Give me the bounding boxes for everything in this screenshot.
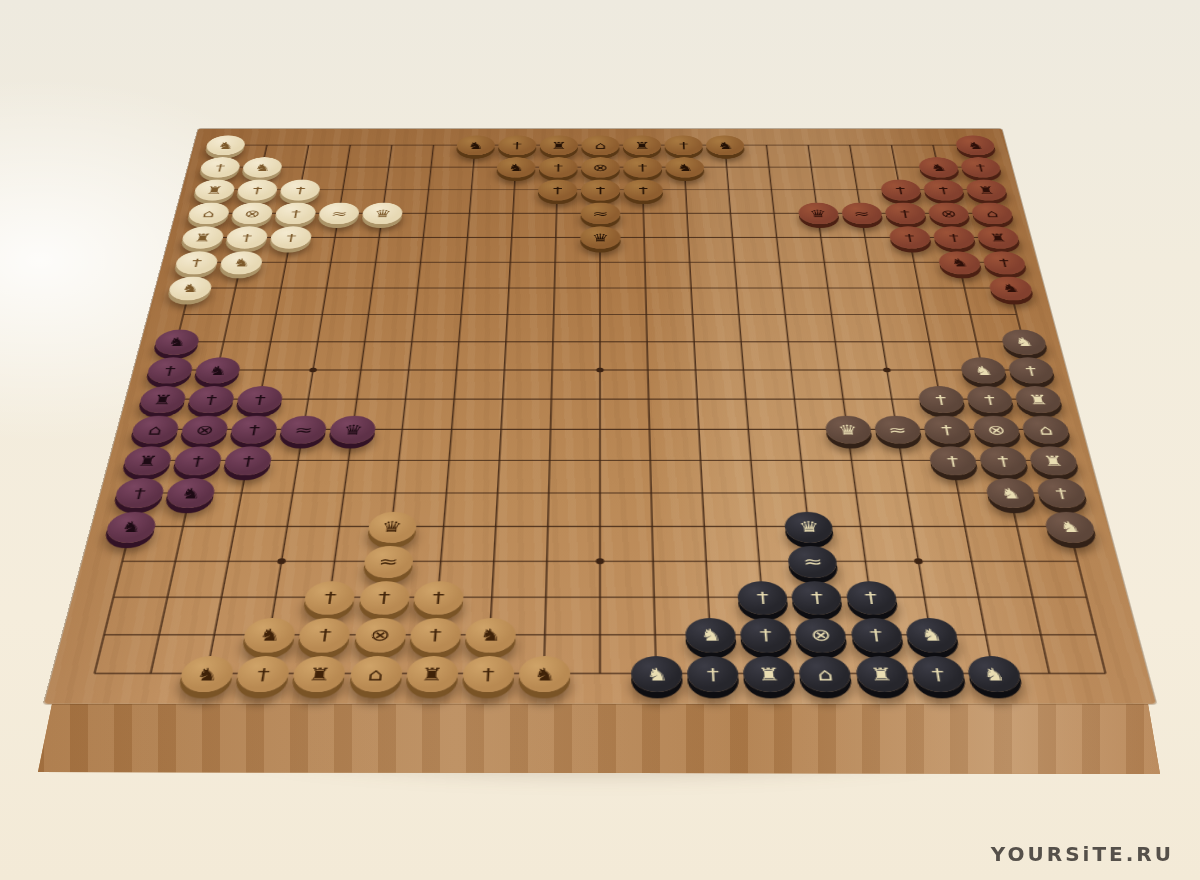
piece-tan-chariot[interactable]: ⊗	[353, 618, 407, 653]
piece-brown-sword[interactable]: †	[1006, 357, 1056, 383]
piece-bronze-sword[interactable]: †	[539, 157, 578, 177]
piece-black-sword[interactable]: †	[844, 581, 898, 614]
piece-purple-tent[interactable]: ⌂	[129, 416, 181, 444]
piece-white-knight[interactable]: ♞	[204, 135, 247, 155]
piece-maroon-sword[interactable]: †	[959, 157, 1002, 177]
piece-tan-knight[interactable]: ♞	[178, 656, 236, 692]
piece-purple-sword[interactable]: †	[222, 447, 273, 476]
piece-bronze-chariot[interactable]: ⊗	[581, 157, 620, 177]
piece-maroon-sword[interactable]: †	[883, 203, 927, 225]
piece-black-sword[interactable]: †	[849, 618, 904, 653]
piece-bronze-gate[interactable]: ♜	[539, 135, 577, 155]
piece-brown-knight[interactable]: ♞	[984, 478, 1037, 508]
piece-brown-ship[interactable]: ≈	[873, 416, 923, 444]
piece-bronze-sword[interactable]: †	[623, 157, 662, 177]
piece-brown-chariot[interactable]: ⊗	[971, 416, 1022, 444]
piece-white-gate[interactable]: ♜	[192, 180, 236, 201]
piece-black-chariot[interactable]: ⊗	[794, 618, 848, 653]
piece-maroon-sword[interactable]: †	[888, 227, 932, 249]
piece-tan-gate[interactable]: ♜	[291, 656, 347, 692]
piece-purple-chariot[interactable]: ⊗	[179, 416, 230, 444]
piece-white-sword[interactable]: †	[224, 227, 269, 249]
piece-bronze-gate[interactable]: ♜	[623, 135, 661, 155]
piece-white-knight[interactable]: ♞	[219, 251, 265, 274]
piece-maroon-knight[interactable]: ♞	[987, 276, 1034, 300]
piece-bronze-sword[interactable]: †	[498, 135, 537, 155]
piece-purple-sword[interactable]: †	[229, 416, 279, 444]
piece-maroon-sword[interactable]: †	[922, 180, 966, 201]
piece-white-sword[interactable]: †	[269, 227, 313, 249]
piece-tan-tent[interactable]: ⌂	[348, 656, 403, 692]
piece-black-sword[interactable]: †	[740, 618, 793, 653]
piece-tan-knight[interactable]: ♞	[242, 618, 298, 653]
piece-black-sword[interactable]: †	[791, 581, 844, 614]
piece-brown-fan[interactable]: ♛	[824, 416, 873, 444]
piece-black-tent[interactable]: ⌂	[798, 656, 853, 692]
piece-black-knight[interactable]: ♞	[904, 618, 960, 653]
piece-purple-sword[interactable]: †	[172, 447, 224, 476]
piece-black-gate[interactable]: ♜	[854, 656, 910, 692]
piece-maroon-sword[interactable]: †	[932, 227, 977, 249]
piece-black-sword[interactable]: †	[909, 656, 966, 692]
piece-white-sword[interactable]: †	[236, 180, 280, 201]
piece-tan-knight[interactable]: ♞	[518, 656, 570, 692]
piece-purple-gate[interactable]: ♜	[121, 447, 174, 476]
piece-brown-sword[interactable]: †	[922, 416, 972, 444]
photo-stage: ♞♞†♜⌂♜†♞♞†♞♞†⊗†♞♞†♜†††††††♜⌂⊗†≈♛≈♛≈†⊗⌂♜†…	[0, 0, 1200, 880]
piece-maroon-sword[interactable]: †	[879, 180, 922, 201]
piece-purple-fan[interactable]: ♛	[329, 416, 378, 444]
piece-tan-sword[interactable]: †	[409, 618, 462, 653]
piece-tan-sword[interactable]: †	[303, 581, 357, 614]
piece-white-sword[interactable]: †	[279, 180, 322, 201]
piece-tan-sword[interactable]: †	[412, 581, 464, 614]
piece-tan-ship[interactable]: ≈	[362, 546, 414, 578]
piece-brown-tent[interactable]: ⌂	[1020, 416, 1072, 444]
piece-black-ship[interactable]: ≈	[787, 546, 839, 578]
piece-bronze-ship[interactable]: ≈	[581, 203, 621, 225]
piece-purple-sword[interactable]: †	[145, 357, 195, 383]
piece-maroon-knight[interactable]: ♞	[937, 251, 983, 274]
piece-tan-sword[interactable]: †	[462, 656, 515, 692]
piece-white-knight[interactable]: ♞	[167, 276, 214, 300]
piece-white-sword[interactable]: †	[198, 157, 241, 177]
piece-white-chariot[interactable]: ⊗	[230, 203, 274, 225]
piece-maroon-gate[interactable]: ♜	[975, 227, 1021, 249]
piece-maroon-fan[interactable]: ♛	[797, 203, 840, 225]
piece-bronze-knight[interactable]: ♞	[496, 157, 536, 177]
piece-maroon-chariot[interactable]: ⊗	[927, 203, 971, 225]
pieces-layer: ♞♞†♜⌂♜†♞♞†♞♞†⊗†♞♞†♜†††††††♜⌂⊗†≈♛≈♛≈†⊗⌂♜†…	[44, 129, 1156, 704]
piece-maroon-sword[interactable]: †	[981, 251, 1027, 274]
piece-white-gate[interactable]: ♜	[180, 227, 226, 249]
piece-black-knight[interactable]: ♞	[631, 656, 683, 692]
game-board[interactable]: ♞♞†♜⌂♜†♞♞†♞♞†⊗†♞♞†♜†††††††♜⌂⊗†≈♛≈♛≈†⊗⌂♜†…	[44, 129, 1156, 704]
piece-brown-knight[interactable]: ♞	[959, 357, 1008, 383]
piece-bronze-fan[interactable]: ♛	[580, 227, 620, 249]
piece-bronze-knight[interactable]: ♞	[665, 157, 705, 177]
piece-white-fan[interactable]: ♛	[361, 203, 404, 225]
piece-black-knight[interactable]: ♞	[685, 618, 737, 653]
piece-black-knight[interactable]: ♞	[965, 656, 1023, 692]
piece-tan-knight[interactable]: ♞	[464, 618, 516, 653]
piece-tan-gate[interactable]: ♜	[405, 656, 459, 692]
piece-tan-sword[interactable]: †	[297, 618, 352, 653]
piece-brown-sword[interactable]: †	[977, 447, 1029, 476]
piece-bronze-sword[interactable]: †	[664, 135, 703, 155]
piece-purple-ship[interactable]: ≈	[279, 416, 329, 444]
piece-purple-sword[interactable]: †	[186, 386, 236, 413]
piece-maroon-knight[interactable]: ♞	[917, 157, 960, 177]
piece-tan-sword[interactable]: †	[358, 581, 411, 614]
watermark: YOURSiTE.RU	[991, 842, 1174, 866]
piece-white-sword[interactable]: †	[274, 203, 318, 225]
piece-black-fan[interactable]: ♛	[784, 511, 835, 542]
piece-bronze-tent[interactable]: ⌂	[581, 135, 619, 155]
piece-white-knight[interactable]: ♞	[241, 157, 284, 177]
piece-brown-gate[interactable]: ♜	[1013, 386, 1064, 413]
piece-purple-knight[interactable]: ♞	[104, 511, 159, 542]
piece-bronze-knight[interactable]: ♞	[706, 135, 745, 155]
piece-black-sword[interactable]: †	[737, 581, 789, 614]
piece-brown-sword[interactable]: †	[916, 386, 965, 413]
piece-maroon-knight[interactable]: ♞	[954, 135, 997, 155]
piece-bronze-knight[interactable]: ♞	[456, 135, 495, 155]
piece-brown-sword[interactable]: †	[965, 386, 1015, 413]
piece-purple-gate[interactable]: ♜	[137, 386, 188, 413]
piece-bronze-sword[interactable]: †	[624, 180, 664, 201]
piece-white-ship[interactable]: ≈	[318, 203, 361, 225]
piece-brown-gate[interactable]: ♜	[1027, 447, 1080, 476]
piece-tan-sword[interactable]: †	[235, 656, 292, 692]
perspective-scene: ♞♞†♜⌂♜†♞♞†♞♞†⊗†♞♞†♜†††††††♜⌂⊗†≈♛≈♛≈†⊗⌂♜†…	[0, 0, 1200, 880]
piece-maroon-gate[interactable]: ♜	[964, 180, 1008, 201]
piece-bronze-sword[interactable]: †	[538, 180, 578, 201]
piece-black-sword[interactable]: †	[687, 656, 740, 692]
piece-white-tent[interactable]: ⌂	[186, 203, 231, 225]
piece-black-gate[interactable]: ♜	[742, 656, 796, 692]
piece-brown-sword[interactable]: †	[927, 447, 978, 476]
piece-purple-knight[interactable]: ♞	[152, 330, 201, 355]
piece-bronze-sword[interactable]: †	[581, 180, 620, 201]
piece-purple-sword[interactable]: †	[112, 478, 166, 508]
piece-tan-fan[interactable]: ♛	[366, 511, 417, 542]
piece-maroon-ship[interactable]: ≈	[840, 203, 883, 225]
piece-brown-sword[interactable]: †	[1035, 478, 1089, 508]
piece-white-sword[interactable]: †	[173, 251, 219, 274]
piece-maroon-tent[interactable]: ⌂	[970, 203, 1015, 225]
piece-purple-knight[interactable]: ♞	[193, 357, 242, 383]
piece-purple-sword[interactable]: †	[235, 386, 284, 413]
piece-purple-knight[interactable]: ♞	[164, 478, 217, 508]
piece-brown-knight[interactable]: ♞	[1042, 511, 1097, 542]
piece-brown-knight[interactable]: ♞	[1000, 330, 1049, 355]
